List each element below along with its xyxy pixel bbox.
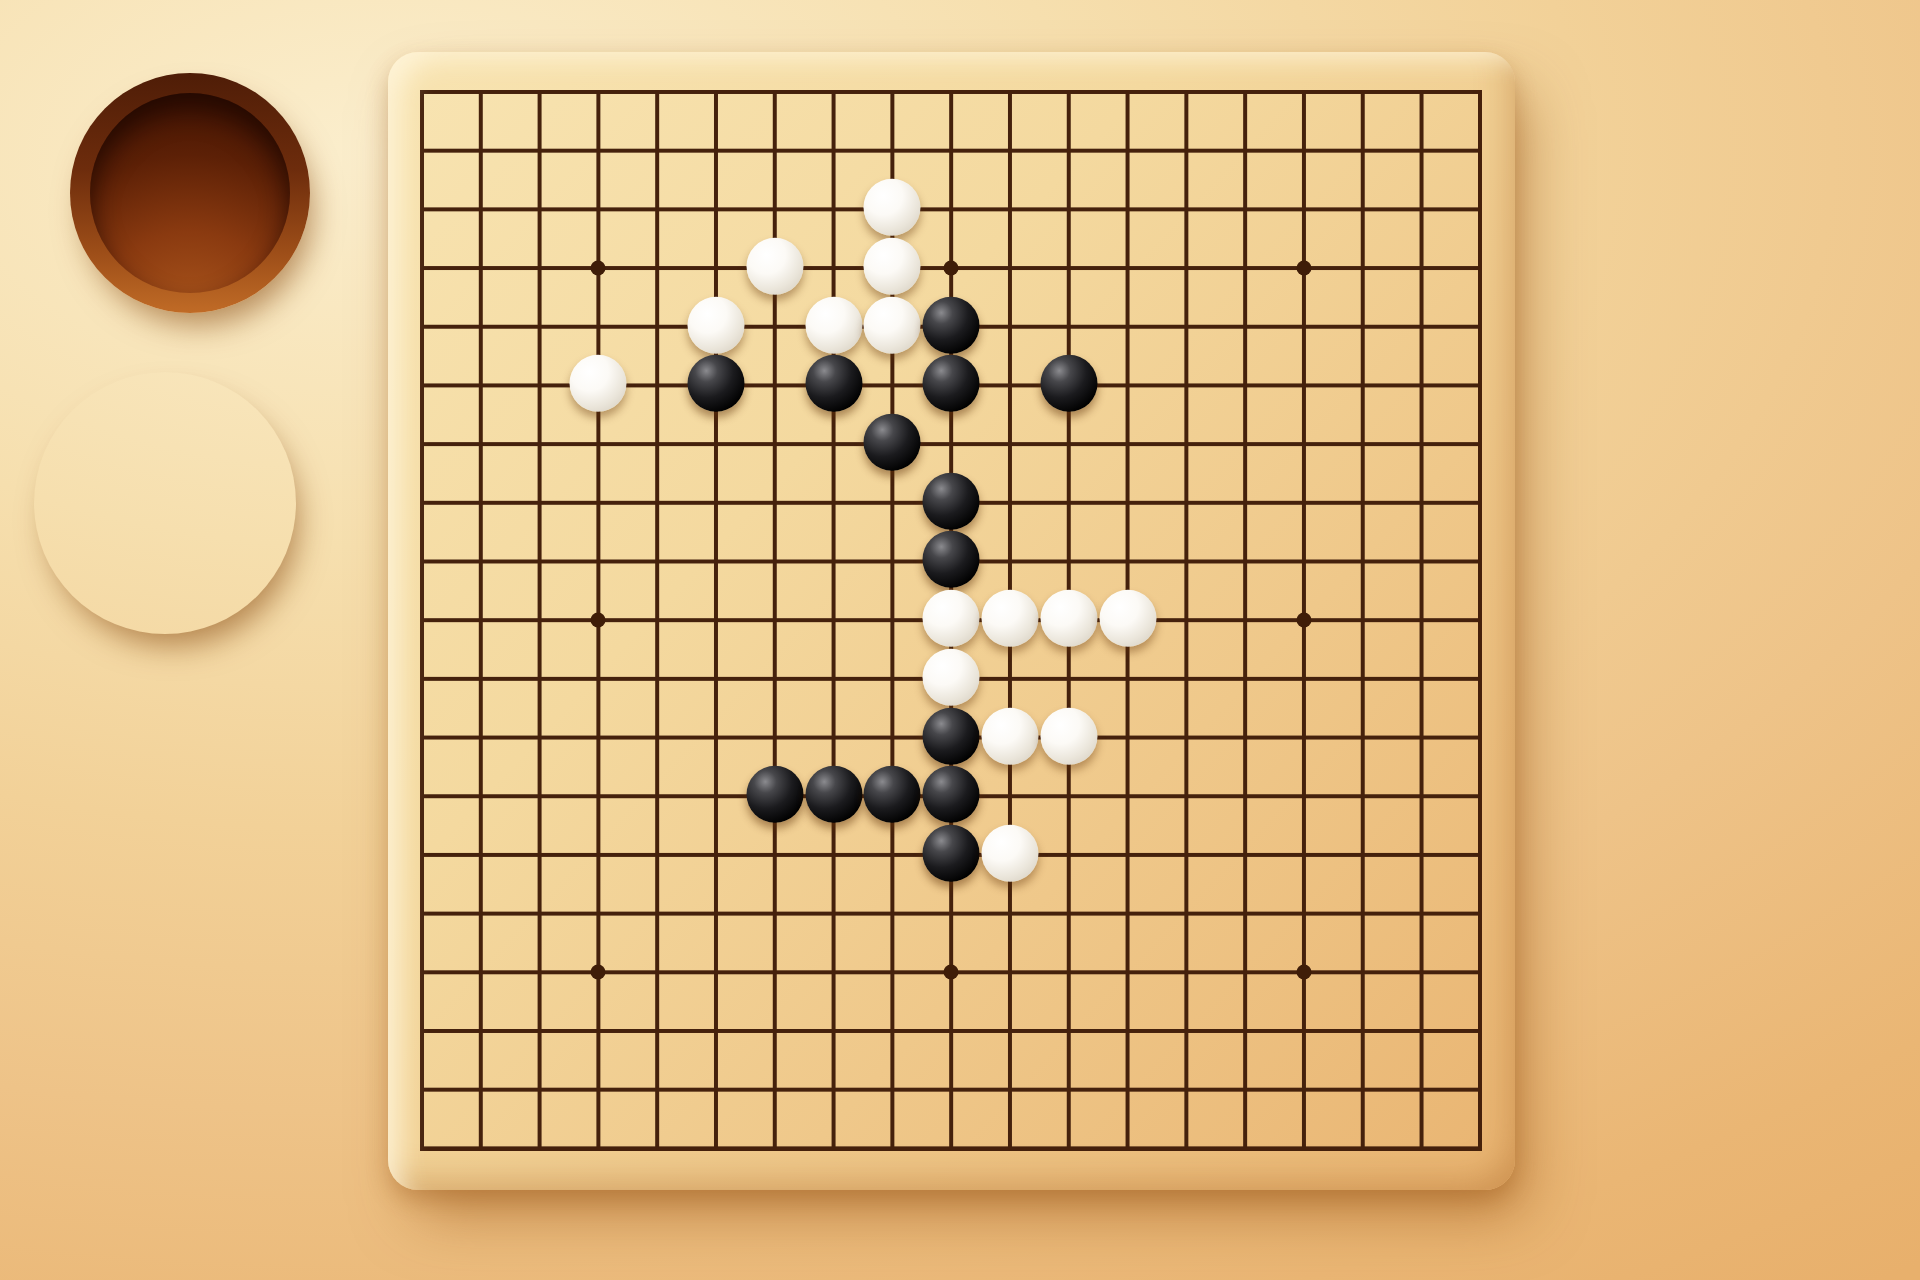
- board-point-18-16[interactable]: [1392, 943, 1451, 1002]
- black-stone[interactable]: [746, 766, 803, 823]
- board-point-18-13[interactable]: [1392, 767, 1451, 826]
- board-point-4-10[interactable]: [569, 591, 628, 650]
- board-point-6-5[interactable]: [687, 297, 746, 356]
- board-point-15-4[interactable]: [1216, 239, 1275, 298]
- board-point-7-8[interactable]: [745, 473, 804, 532]
- board-point-11-6[interactable]: [981, 356, 1040, 415]
- board-point-9-7[interactable]: [863, 415, 922, 474]
- board-point-8-15[interactable]: [804, 884, 863, 943]
- white-stone[interactable]: [864, 297, 921, 354]
- board-point-2-3[interactable]: [451, 180, 510, 239]
- board-point-4-2[interactable]: [569, 121, 628, 180]
- board-point-15-5[interactable]: [1216, 297, 1275, 356]
- board-point-15-7[interactable]: [1216, 415, 1275, 474]
- board-point-18-17[interactable]: [1392, 1002, 1451, 1061]
- board-point-2-9[interactable]: [451, 532, 510, 591]
- board-point-17-18[interactable]: [1333, 1060, 1392, 1119]
- board-point-1-8[interactable]: [393, 473, 452, 532]
- board-point-1-6[interactable]: [393, 356, 452, 415]
- board-point-11-17[interactable]: [981, 1002, 1040, 1061]
- board-point-19-16[interactable]: [1451, 943, 1510, 1002]
- board-point-5-7[interactable]: [628, 415, 687, 474]
- board-point-5-5[interactable]: [628, 297, 687, 356]
- board-point-19-1[interactable]: [1451, 63, 1510, 122]
- board-point-3-13[interactable]: [510, 767, 569, 826]
- board-point-14-14[interactable]: [1157, 826, 1216, 885]
- board-point-4-4[interactable]: [569, 239, 628, 298]
- board-point-5-18[interactable]: [628, 1060, 687, 1119]
- board-point-17-16[interactable]: [1333, 943, 1392, 1002]
- board-point-2-10[interactable]: [451, 591, 510, 650]
- board-point-19-7[interactable]: [1451, 415, 1510, 474]
- board-point-3-7[interactable]: [510, 415, 569, 474]
- board-point-11-1[interactable]: [981, 63, 1040, 122]
- board-point-3-14[interactable]: [510, 826, 569, 885]
- board-point-5-14[interactable]: [628, 826, 687, 885]
- board-point-3-5[interactable]: [510, 297, 569, 356]
- board-point-2-18[interactable]: [451, 1060, 510, 1119]
- board-point-14-16[interactable]: [1157, 943, 1216, 1002]
- board-point-3-18[interactable]: [510, 1060, 569, 1119]
- board-point-15-8[interactable]: [1216, 473, 1275, 532]
- board-point-17-15[interactable]: [1333, 884, 1392, 943]
- board-point-19-5[interactable]: [1451, 297, 1510, 356]
- board-point-12-16[interactable]: [1039, 943, 1098, 1002]
- board-point-9-17[interactable]: [863, 1002, 922, 1061]
- board-point-12-5[interactable]: [1039, 297, 1098, 356]
- board-point-5-19[interactable]: [628, 1119, 687, 1178]
- board-point-12-18[interactable]: [1039, 1060, 1098, 1119]
- board-point-3-10[interactable]: [510, 591, 569, 650]
- board-point-3-12[interactable]: [510, 708, 569, 767]
- board-point-19-9[interactable]: [1451, 532, 1510, 591]
- board-point-7-7[interactable]: [745, 415, 804, 474]
- board-point-2-8[interactable]: [451, 473, 510, 532]
- board-point-5-16[interactable]: [628, 943, 687, 1002]
- board-point-1-16[interactable]: [393, 943, 452, 1002]
- black-stone[interactable]: [1040, 355, 1097, 412]
- board-point-18-19[interactable]: [1392, 1119, 1451, 1178]
- board-point-17-4[interactable]: [1333, 239, 1392, 298]
- board-point-4-9[interactable]: [569, 532, 628, 591]
- board-point-6-9[interactable]: [687, 532, 746, 591]
- board-point-18-4[interactable]: [1392, 239, 1451, 298]
- board-point-14-12[interactable]: [1157, 708, 1216, 767]
- board-point-9-9[interactable]: [863, 532, 922, 591]
- board-point-15-13[interactable]: [1216, 767, 1275, 826]
- board-point-10-16[interactable]: [922, 943, 981, 1002]
- board-point-6-17[interactable]: [687, 1002, 746, 1061]
- board-point-12-8[interactable]: [1039, 473, 1098, 532]
- board-point-9-4[interactable]: [863, 239, 922, 298]
- board-point-14-1[interactable]: [1157, 63, 1216, 122]
- board-point-17-14[interactable]: [1333, 826, 1392, 885]
- board-point-11-19[interactable]: [981, 1119, 1040, 1178]
- board-point-5-8[interactable]: [628, 473, 687, 532]
- board-point-1-2[interactable]: [393, 121, 452, 180]
- board-point-7-13[interactable]: [745, 767, 804, 826]
- board-point-10-6[interactable]: [922, 356, 981, 415]
- board-point-3-1[interactable]: [510, 63, 569, 122]
- board-point-15-16[interactable]: [1216, 943, 1275, 1002]
- board-point-13-5[interactable]: [1098, 297, 1157, 356]
- board-point-19-10[interactable]: [1451, 591, 1510, 650]
- board-point-18-8[interactable]: [1392, 473, 1451, 532]
- board-point-6-4[interactable]: [687, 239, 746, 298]
- board-point-6-6[interactable]: [687, 356, 746, 415]
- board-point-18-12[interactable]: [1392, 708, 1451, 767]
- board-point-19-6[interactable]: [1451, 356, 1510, 415]
- board-point-15-15[interactable]: [1216, 884, 1275, 943]
- board-point-19-15[interactable]: [1451, 884, 1510, 943]
- board-point-19-8[interactable]: [1451, 473, 1510, 532]
- board-point-4-16[interactable]: [569, 943, 628, 1002]
- board-point-15-1[interactable]: [1216, 63, 1275, 122]
- board-point-7-3[interactable]: [745, 180, 804, 239]
- board-point-6-8[interactable]: [687, 473, 746, 532]
- board-point-2-14[interactable]: [451, 826, 510, 885]
- board-point-11-3[interactable]: [981, 180, 1040, 239]
- board-point-17-6[interactable]: [1333, 356, 1392, 415]
- board-point-7-17[interactable]: [745, 1002, 804, 1061]
- board-point-12-4[interactable]: [1039, 239, 1098, 298]
- board-point-7-11[interactable]: [745, 650, 804, 709]
- white-stone[interactable]: [1040, 590, 1097, 647]
- board-point-18-11[interactable]: [1392, 650, 1451, 709]
- board-point-14-5[interactable]: [1157, 297, 1216, 356]
- board-point-13-3[interactable]: [1098, 180, 1157, 239]
- board-point-2-16[interactable]: [451, 943, 510, 1002]
- black-stone[interactable]: [923, 531, 980, 588]
- board-point-9-15[interactable]: [863, 884, 922, 943]
- board-point-3-15[interactable]: [510, 884, 569, 943]
- board-point-15-10[interactable]: [1216, 591, 1275, 650]
- board-point-11-18[interactable]: [981, 1060, 1040, 1119]
- board-point-1-7[interactable]: [393, 415, 452, 474]
- board-point-14-10[interactable]: [1157, 591, 1216, 650]
- board-point-9-1[interactable]: [863, 63, 922, 122]
- board-point-1-3[interactable]: [393, 180, 452, 239]
- board-point-11-14[interactable]: [981, 826, 1040, 885]
- board-point-11-2[interactable]: [981, 121, 1040, 180]
- board-point-15-19[interactable]: [1216, 1119, 1275, 1178]
- board-point-2-7[interactable]: [451, 415, 510, 474]
- board-point-8-8[interactable]: [804, 473, 863, 532]
- board-point-9-3[interactable]: [863, 180, 922, 239]
- board-point-18-6[interactable]: [1392, 356, 1451, 415]
- board-point-10-2[interactable]: [922, 121, 981, 180]
- board-point-16-18[interactable]: [1275, 1060, 1334, 1119]
- board-point-17-7[interactable]: [1333, 415, 1392, 474]
- board-point-9-13[interactable]: [863, 767, 922, 826]
- board-point-16-5[interactable]: [1275, 297, 1334, 356]
- board-point-2-2[interactable]: [451, 121, 510, 180]
- board-point-10-15[interactable]: [922, 884, 981, 943]
- bowl-single-white-stone[interactable]: [70, 73, 310, 313]
- board-point-1-9[interactable]: [393, 532, 452, 591]
- board-point-7-5[interactable]: [745, 297, 804, 356]
- board-point-3-4[interactable]: [510, 239, 569, 298]
- board-point-1-19[interactable]: [393, 1119, 452, 1178]
- board-point-9-11[interactable]: [863, 650, 922, 709]
- board-point-16-10[interactable]: [1275, 591, 1334, 650]
- board-point-16-16[interactable]: [1275, 943, 1334, 1002]
- board-point-19-19[interactable]: [1451, 1119, 1510, 1178]
- board-point-6-10[interactable]: [687, 591, 746, 650]
- board-point-14-3[interactable]: [1157, 180, 1216, 239]
- board-point-3-2[interactable]: [510, 121, 569, 180]
- board-point-9-18[interactable]: [863, 1060, 922, 1119]
- board-point-12-17[interactable]: [1039, 1002, 1098, 1061]
- board-point-13-14[interactable]: [1098, 826, 1157, 885]
- board-point-2-4[interactable]: [451, 239, 510, 298]
- board-point-13-12[interactable]: [1098, 708, 1157, 767]
- board-point-3-6[interactable]: [510, 356, 569, 415]
- board-point-12-10[interactable]: [1039, 591, 1098, 650]
- board-point-9-19[interactable]: [863, 1119, 922, 1178]
- board-point-10-7[interactable]: [922, 415, 981, 474]
- board-point-7-1[interactable]: [745, 63, 804, 122]
- board-point-4-12[interactable]: [569, 708, 628, 767]
- board-point-7-19[interactable]: [745, 1119, 804, 1178]
- board-point-13-13[interactable]: [1098, 767, 1157, 826]
- black-stone[interactable]: [687, 355, 744, 412]
- board-point-12-12[interactable]: [1039, 708, 1098, 767]
- board-point-4-18[interactable]: [569, 1060, 628, 1119]
- board-point-11-9[interactable]: [981, 532, 1040, 591]
- board-point-16-9[interactable]: [1275, 532, 1334, 591]
- board-point-5-1[interactable]: [628, 63, 687, 122]
- board-point-16-13[interactable]: [1275, 767, 1334, 826]
- board-point-10-19[interactable]: [922, 1119, 981, 1178]
- board-point-3-19[interactable]: [510, 1119, 569, 1178]
- board-point-6-2[interactable]: [687, 121, 746, 180]
- black-stone[interactable]: [864, 414, 921, 471]
- board-point-4-14[interactable]: [569, 826, 628, 885]
- board-point-3-9[interactable]: [510, 532, 569, 591]
- board-point-1-10[interactable]: [393, 591, 452, 650]
- board-point-15-18[interactable]: [1216, 1060, 1275, 1119]
- board-point-10-5[interactable]: [922, 297, 981, 356]
- board-point-11-12[interactable]: [981, 708, 1040, 767]
- board-point-11-10[interactable]: [981, 591, 1040, 650]
- black-stone[interactable]: [923, 473, 980, 530]
- board-point-16-7[interactable]: [1275, 415, 1334, 474]
- board-point-12-3[interactable]: [1039, 180, 1098, 239]
- board-point-3-3[interactable]: [510, 180, 569, 239]
- board-point-2-17[interactable]: [451, 1002, 510, 1061]
- board-point-7-4[interactable]: [745, 239, 804, 298]
- board-point-16-1[interactable]: [1275, 63, 1334, 122]
- board-point-11-16[interactable]: [981, 943, 1040, 1002]
- board-point-6-18[interactable]: [687, 1060, 746, 1119]
- board-point-14-7[interactable]: [1157, 415, 1216, 474]
- board-point-3-8[interactable]: [510, 473, 569, 532]
- board-point-6-15[interactable]: [687, 884, 746, 943]
- board-point-19-17[interactable]: [1451, 1002, 1510, 1061]
- board-point-17-12[interactable]: [1333, 708, 1392, 767]
- board-point-12-15[interactable]: [1039, 884, 1098, 943]
- board-point-8-6[interactable]: [804, 356, 863, 415]
- board-point-1-1[interactable]: [393, 63, 452, 122]
- board-point-5-9[interactable]: [628, 532, 687, 591]
- board-point-18-3[interactable]: [1392, 180, 1451, 239]
- board-point-6-19[interactable]: [687, 1119, 746, 1178]
- board-point-11-4[interactable]: [981, 239, 1040, 298]
- board-point-12-7[interactable]: [1039, 415, 1098, 474]
- board-point-9-10[interactable]: [863, 591, 922, 650]
- board-point-10-18[interactable]: [922, 1060, 981, 1119]
- board-point-16-6[interactable]: [1275, 356, 1334, 415]
- board-point-12-2[interactable]: [1039, 121, 1098, 180]
- black-stone[interactable]: [923, 355, 980, 412]
- board-point-19-3[interactable]: [1451, 180, 1510, 239]
- board-point-15-6[interactable]: [1216, 356, 1275, 415]
- board-point-7-10[interactable]: [745, 591, 804, 650]
- board-point-16-4[interactable]: [1275, 239, 1334, 298]
- board-point-16-15[interactable]: [1275, 884, 1334, 943]
- board-point-17-2[interactable]: [1333, 121, 1392, 180]
- board-point-17-9[interactable]: [1333, 532, 1392, 591]
- bowl-black-stones[interactable]: [34, 372, 296, 634]
- board-point-6-1[interactable]: [687, 63, 746, 122]
- board-point-19-13[interactable]: [1451, 767, 1510, 826]
- board-point-8-5[interactable]: [804, 297, 863, 356]
- board-point-16-19[interactable]: [1275, 1119, 1334, 1178]
- board-point-13-4[interactable]: [1098, 239, 1157, 298]
- board-point-16-11[interactable]: [1275, 650, 1334, 709]
- board-point-13-17[interactable]: [1098, 1002, 1157, 1061]
- board-point-2-15[interactable]: [451, 884, 510, 943]
- board-point-15-2[interactable]: [1216, 121, 1275, 180]
- board-point-12-11[interactable]: [1039, 650, 1098, 709]
- board-point-8-3[interactable]: [804, 180, 863, 239]
- board-point-10-12[interactable]: [922, 708, 981, 767]
- board-point-14-17[interactable]: [1157, 1002, 1216, 1061]
- white-stone[interactable]: [923, 649, 980, 706]
- white-stone[interactable]: [864, 238, 921, 295]
- board-point-18-9[interactable]: [1392, 532, 1451, 591]
- board-point-19-11[interactable]: [1451, 650, 1510, 709]
- board-point-1-15[interactable]: [393, 884, 452, 943]
- board-point-12-13[interactable]: [1039, 767, 1098, 826]
- white-stone[interactable]: [864, 179, 921, 236]
- board-point-2-6[interactable]: [451, 356, 510, 415]
- white-stone[interactable]: [805, 297, 862, 354]
- board-point-9-12[interactable]: [863, 708, 922, 767]
- black-stone[interactable]: [923, 297, 980, 354]
- board-point-12-9[interactable]: [1039, 532, 1098, 591]
- board-point-16-8[interactable]: [1275, 473, 1334, 532]
- black-stone[interactable]: [923, 707, 980, 764]
- board-point-7-2[interactable]: [745, 121, 804, 180]
- board-point-4-17[interactable]: [569, 1002, 628, 1061]
- board-point-9-8[interactable]: [863, 473, 922, 532]
- board-point-6-3[interactable]: [687, 180, 746, 239]
- white-stone[interactable]: [687, 297, 744, 354]
- board-point-10-17[interactable]: [922, 1002, 981, 1061]
- board-point-14-2[interactable]: [1157, 121, 1216, 180]
- white-stone[interactable]: [981, 707, 1038, 764]
- board-point-14-4[interactable]: [1157, 239, 1216, 298]
- board-point-7-16[interactable]: [745, 943, 804, 1002]
- board-point-3-11[interactable]: [510, 650, 569, 709]
- board-point-15-17[interactable]: [1216, 1002, 1275, 1061]
- board-point-17-10[interactable]: [1333, 591, 1392, 650]
- white-stone[interactable]: [981, 825, 1038, 882]
- board-point-17-11[interactable]: [1333, 650, 1392, 709]
- board-point-4-6[interactable]: [569, 356, 628, 415]
- black-stone[interactable]: [923, 825, 980, 882]
- board-point-4-3[interactable]: [569, 180, 628, 239]
- board-point-17-5[interactable]: [1333, 297, 1392, 356]
- board-point-16-17[interactable]: [1275, 1002, 1334, 1061]
- board-point-5-3[interactable]: [628, 180, 687, 239]
- board-point-14-9[interactable]: [1157, 532, 1216, 591]
- board-point-2-19[interactable]: [451, 1119, 510, 1178]
- board-point-8-7[interactable]: [804, 415, 863, 474]
- board-point-10-14[interactable]: [922, 826, 981, 885]
- board-point-13-10[interactable]: [1098, 591, 1157, 650]
- black-stone[interactable]: [805, 355, 862, 412]
- board-point-11-15[interactable]: [981, 884, 1040, 943]
- board-point-10-3[interactable]: [922, 180, 981, 239]
- board-point-8-18[interactable]: [804, 1060, 863, 1119]
- board-point-19-18[interactable]: [1451, 1060, 1510, 1119]
- board-point-10-13[interactable]: [922, 767, 981, 826]
- board-point-18-14[interactable]: [1392, 826, 1451, 885]
- board-point-14-15[interactable]: [1157, 884, 1216, 943]
- board-point-1-17[interactable]: [393, 1002, 452, 1061]
- board-point-2-1[interactable]: [451, 63, 510, 122]
- board-point-5-17[interactable]: [628, 1002, 687, 1061]
- board-point-3-16[interactable]: [510, 943, 569, 1002]
- board-point-18-18[interactable]: [1392, 1060, 1451, 1119]
- board-point-11-13[interactable]: [981, 767, 1040, 826]
- board-point-6-13[interactable]: [687, 767, 746, 826]
- board-point-10-11[interactable]: [922, 650, 981, 709]
- board-point-8-1[interactable]: [804, 63, 863, 122]
- board-point-16-2[interactable]: [1275, 121, 1334, 180]
- board-point-15-14[interactable]: [1216, 826, 1275, 885]
- board-point-6-16[interactable]: [687, 943, 746, 1002]
- board-point-14-19[interactable]: [1157, 1119, 1216, 1178]
- board-point-12-1[interactable]: [1039, 63, 1098, 122]
- board-point-17-1[interactable]: [1333, 63, 1392, 122]
- board-point-12-19[interactable]: [1039, 1119, 1098, 1178]
- board-point-5-13[interactable]: [628, 767, 687, 826]
- board-point-13-16[interactable]: [1098, 943, 1157, 1002]
- board-point-8-4[interactable]: [804, 239, 863, 298]
- board-point-8-13[interactable]: [804, 767, 863, 826]
- black-stone[interactable]: [864, 766, 921, 823]
- board-point-17-17[interactable]: [1333, 1002, 1392, 1061]
- board-point-5-15[interactable]: [628, 884, 687, 943]
- board-point-5-4[interactable]: [628, 239, 687, 298]
- board-point-4-15[interactable]: [569, 884, 628, 943]
- board-point-14-11[interactable]: [1157, 650, 1216, 709]
- board-point-13-19[interactable]: [1098, 1119, 1157, 1178]
- board-point-7-6[interactable]: [745, 356, 804, 415]
- board-point-15-3[interactable]: [1216, 180, 1275, 239]
- board-point-14-13[interactable]: [1157, 767, 1216, 826]
- board-point-4-5[interactable]: [569, 297, 628, 356]
- board-point-2-12[interactable]: [451, 708, 510, 767]
- board-point-17-8[interactable]: [1333, 473, 1392, 532]
- board-point-2-11[interactable]: [451, 650, 510, 709]
- board-point-7-9[interactable]: [745, 532, 804, 591]
- black-stone[interactable]: [805, 766, 862, 823]
